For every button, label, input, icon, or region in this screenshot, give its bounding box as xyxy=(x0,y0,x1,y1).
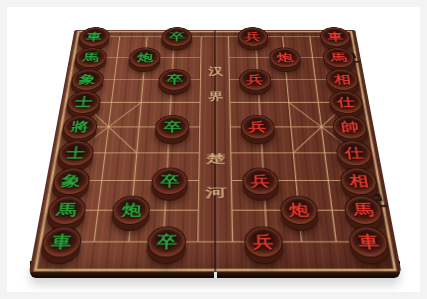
piece-red-soldier[interactable]: 兵 xyxy=(242,167,279,194)
piece-green-soldier[interactable]: 卒 xyxy=(147,226,187,257)
piece-character: 炮 xyxy=(269,48,300,67)
piece-character: 卒 xyxy=(159,69,190,89)
piece-character: 相 xyxy=(340,168,378,194)
piece-character: 卒 xyxy=(156,116,189,139)
piece-red-soldier[interactable]: 兵 xyxy=(237,27,268,46)
piece-green-general[interactable]: 將 xyxy=(61,115,99,139)
piece-green-chariot[interactable]: 車 xyxy=(77,27,110,46)
piece-character: 炮 xyxy=(130,48,161,67)
piece-red-soldier[interactable]: 兵 xyxy=(239,69,272,90)
piece-character: 仕 xyxy=(336,141,373,165)
piece-red-elephant[interactable]: 相 xyxy=(339,167,379,194)
piece-green-advisor[interactable]: 士 xyxy=(56,140,95,166)
piece-green-soldier[interactable]: 卒 xyxy=(155,115,190,139)
piece-character: 兵 xyxy=(245,227,283,256)
piece-character: 車 xyxy=(41,227,82,256)
piece-character: 帥 xyxy=(333,116,368,139)
piece-character: 馬 xyxy=(47,197,86,224)
piece-green-cannon[interactable]: 炮 xyxy=(129,47,162,67)
piece-red-soldier[interactable]: 兵 xyxy=(244,226,284,257)
piece-green-elephant[interactable]: 象 xyxy=(51,167,91,194)
piece-character: 象 xyxy=(71,69,104,89)
piece-character: 兵 xyxy=(239,69,270,89)
piece-character: 兵 xyxy=(243,168,278,194)
piece-red-cannon[interactable]: 炮 xyxy=(279,196,319,225)
piece-character: 馬 xyxy=(75,48,107,67)
piece-green-horse[interactable]: 馬 xyxy=(74,47,108,67)
piece-red-advisor[interactable]: 仕 xyxy=(335,140,374,166)
piece-character: 象 xyxy=(52,168,90,194)
piece-grid: 車卒兵車馬炮炮馬象卒兵相士仕將卒兵帥士仕象卒兵相馬炮炮馬車卒兵車 xyxy=(39,27,391,259)
piece-character: 兵 xyxy=(241,116,274,139)
piece-red-general[interactable]: 帥 xyxy=(332,115,370,139)
piece-green-cannon[interactable]: 炮 xyxy=(111,196,151,225)
piece-red-cannon[interactable]: 炮 xyxy=(268,47,301,67)
piece-green-soldier[interactable]: 卒 xyxy=(151,167,188,194)
piece-character: 士 xyxy=(57,141,94,165)
piece-red-horse[interactable]: 馬 xyxy=(322,47,356,67)
piece-red-chariot[interactable]: 車 xyxy=(347,226,390,257)
piece-red-advisor[interactable]: 仕 xyxy=(328,91,364,114)
piece-character: 馬 xyxy=(323,48,355,67)
piece-character: 炮 xyxy=(280,197,317,224)
piece-character: 將 xyxy=(62,116,97,139)
piece-character: 卒 xyxy=(148,227,185,256)
xiangqi-board[interactable]: 汉界楚河 車卒兵車馬炮炮馬象卒兵相士仕將卒兵帥士仕象卒兵相馬炮炮馬車卒兵車 xyxy=(29,30,401,272)
piece-green-advisor[interactable]: 士 xyxy=(65,91,101,114)
piece-red-elephant[interactable]: 相 xyxy=(325,69,360,90)
piece-green-chariot[interactable]: 車 xyxy=(40,226,83,257)
piece-green-elephant[interactable]: 象 xyxy=(70,69,105,90)
product-photo-canvas: 汉界楚河 車卒兵車馬炮炮馬象卒兵相士仕將卒兵帥士仕象卒兵相馬炮炮馬車卒兵車 xyxy=(0,0,427,299)
piece-character: 炮 xyxy=(113,197,150,224)
piece-green-soldier[interactable]: 卒 xyxy=(161,27,192,46)
piece-red-soldier[interactable]: 兵 xyxy=(240,115,275,139)
piece-green-horse[interactable]: 馬 xyxy=(45,196,87,225)
piece-character: 卒 xyxy=(162,28,191,46)
piece-character: 馬 xyxy=(344,197,383,224)
piece-character: 兵 xyxy=(238,28,267,46)
piece-red-horse[interactable]: 馬 xyxy=(343,196,385,225)
piece-character: 車 xyxy=(78,28,109,46)
piece-red-chariot[interactable]: 車 xyxy=(319,27,352,46)
piece-green-soldier[interactable]: 卒 xyxy=(158,69,191,90)
piece-character: 車 xyxy=(349,227,390,256)
piece-character: 仕 xyxy=(329,92,363,113)
piece-character: 卒 xyxy=(152,168,187,194)
piece-character: 相 xyxy=(326,69,359,89)
board-scene: 汉界楚河 車卒兵車馬炮炮馬象卒兵相士仕將卒兵帥士仕象卒兵相馬炮炮馬車卒兵車 xyxy=(0,0,427,299)
piece-character: 士 xyxy=(66,92,100,113)
piece-character: 車 xyxy=(320,28,351,46)
